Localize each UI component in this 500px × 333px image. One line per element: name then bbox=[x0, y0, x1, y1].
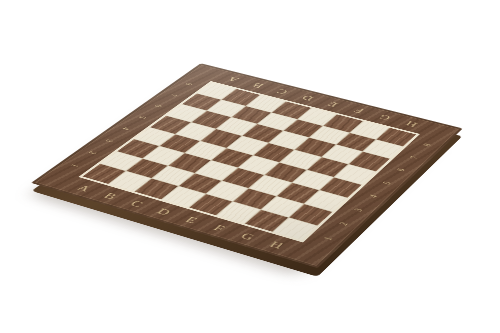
square-g5 bbox=[308, 157, 349, 176]
square-d2 bbox=[179, 173, 221, 193]
square-f3 bbox=[249, 175, 291, 195]
square-h2 bbox=[290, 204, 333, 225]
square-e3 bbox=[222, 168, 263, 188]
square-c2 bbox=[152, 166, 194, 186]
square-c1 bbox=[135, 179, 177, 199]
square-d3 bbox=[195, 161, 236, 181]
square-g3 bbox=[277, 183, 319, 204]
square-b2 bbox=[126, 159, 168, 179]
square-f4 bbox=[265, 163, 306, 183]
rank-label-left-1: 1 bbox=[53, 155, 98, 176]
square-e4 bbox=[238, 155, 279, 174]
square-h1 bbox=[274, 218, 317, 240]
square-h3 bbox=[305, 191, 347, 212]
file-labels-bottom: ABCDEFGH bbox=[61, 178, 300, 258]
square-f2 bbox=[233, 189, 275, 210]
square-b1 bbox=[109, 171, 151, 191]
square-e1 bbox=[189, 194, 232, 215]
square-h5 bbox=[335, 165, 376, 185]
square-a1 bbox=[83, 164, 125, 184]
chess-board: ABCDEFGH ABCDEFGH 87654321 87654321 bbox=[31, 63, 463, 268]
square-d1 bbox=[162, 186, 205, 207]
square-e2 bbox=[206, 181, 248, 201]
board-scene: ABCDEFGH ABCDEFGH 87654321 87654321 bbox=[31, 63, 463, 268]
product-photo-background: ABCDEFGH ABCDEFGH 87654321 87654321 bbox=[0, 0, 500, 333]
square-h4 bbox=[320, 177, 361, 197]
square-g1 bbox=[245, 210, 288, 232]
square-g2 bbox=[261, 196, 303, 217]
square-c3 bbox=[169, 153, 210, 172]
rank-label-left-2: 2 bbox=[71, 143, 115, 163]
square-f1 bbox=[217, 202, 260, 223]
square-g4 bbox=[293, 170, 334, 190]
